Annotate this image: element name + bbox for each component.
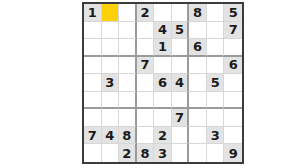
sudoku-cell-r3c4[interactable]: [137, 39, 155, 57]
sudoku-cell-r2c4[interactable]: [137, 22, 155, 40]
sudoku-cell-r1c6[interactable]: [172, 4, 190, 22]
sudoku-cell-r4c7[interactable]: [189, 57, 207, 75]
sudoku-cell-r5c4[interactable]: [137, 74, 155, 92]
sudoku-cell-r8c1[interactable]: 7: [84, 127, 102, 145]
sudoku-cell-r9c5[interactable]: 3: [154, 144, 172, 162]
sudoku-cell-r9c6[interactable]: [172, 144, 190, 162]
sudoku-cell-r3c6[interactable]: [172, 39, 190, 57]
sudoku-cell-r2c2[interactable]: [102, 22, 120, 40]
sudoku-cell-r8c8[interactable]: 3: [207, 127, 225, 145]
sudoku-cell-r2c9[interactable]: 7: [224, 22, 242, 40]
sudoku-cell-r4c1[interactable]: [84, 57, 102, 75]
sudoku-cell-r5c3[interactable]: [119, 74, 137, 92]
sudoku-cell-r9c9[interactable]: 9: [224, 144, 242, 162]
sudoku-cell-r6c1[interactable]: [84, 92, 102, 110]
sudoku-cell-r6c4[interactable]: [137, 92, 155, 110]
sudoku-cell-r6c8[interactable]: [207, 92, 225, 110]
sudoku-cell-r8c2[interactable]: 4: [102, 127, 120, 145]
sudoku-cell-r3c8[interactable]: [207, 39, 225, 57]
sudoku-cell-r9c7[interactable]: [189, 144, 207, 162]
sudoku-cell-r3c5[interactable]: 1: [154, 39, 172, 57]
sudoku-cell-r7c6[interactable]: 7: [172, 109, 190, 127]
sudoku-cell-r3c3[interactable]: [119, 39, 137, 57]
sudoku-cell-r6c5[interactable]: [154, 92, 172, 110]
sudoku-cell-r7c7[interactable]: [189, 109, 207, 127]
sudoku-cell-r4c9[interactable]: 6: [224, 57, 242, 75]
sudoku-cell-r1c4[interactable]: 2: [137, 4, 155, 22]
page: 1285457167636457748232839: [0, 0, 300, 168]
sudoku-cell-r7c9[interactable]: [224, 109, 242, 127]
sudoku-cell-r8c5[interactable]: 2: [154, 127, 172, 145]
sudoku-cell-r5c7[interactable]: [189, 74, 207, 92]
sudoku-cell-r9c3[interactable]: 2: [119, 144, 137, 162]
sudoku-cell-r1c1[interactable]: 1: [84, 4, 102, 22]
sudoku-cell-r6c9[interactable]: [224, 92, 242, 110]
sudoku-cell-r6c2[interactable]: [102, 92, 120, 110]
sudoku-cell-r8c6[interactable]: [172, 127, 190, 145]
sudoku-cell-r1c5[interactable]: [154, 4, 172, 22]
sudoku-cell-r1c3[interactable]: [119, 4, 137, 22]
sudoku-cell-r6c3[interactable]: [119, 92, 137, 110]
sudoku-cell-r3c2[interactable]: [102, 39, 120, 57]
sudoku-cell-r4c6[interactable]: [172, 57, 190, 75]
sudoku-cell-r2c8[interactable]: [207, 22, 225, 40]
sudoku-cell-r7c8[interactable]: [207, 109, 225, 127]
sudoku-cell-r3c7[interactable]: 6: [189, 39, 207, 57]
sudoku-cell-r7c5[interactable]: [154, 109, 172, 127]
sudoku-cell-r2c7[interactable]: [189, 22, 207, 40]
sudoku-cell-r4c8[interactable]: [207, 57, 225, 75]
sudoku-cell-r8c9[interactable]: [224, 127, 242, 145]
sudoku-cell-r9c2[interactable]: [102, 144, 120, 162]
sudoku-board: 1285457167636457748232839: [82, 2, 244, 164]
sudoku-cell-r4c5[interactable]: [154, 57, 172, 75]
sudoku-cell-r5c5[interactable]: 6: [154, 74, 172, 92]
sudoku-cell-r1c2[interactable]: [102, 4, 120, 22]
sudoku-cell-r1c9[interactable]: 5: [224, 4, 242, 22]
sudoku-cell-r6c7[interactable]: [189, 92, 207, 110]
sudoku-cell-r8c7[interactable]: [189, 127, 207, 145]
sudoku-cell-r9c8[interactable]: [207, 144, 225, 162]
sudoku-cell-r7c3[interactable]: [119, 109, 137, 127]
sudoku-cell-r3c1[interactable]: [84, 39, 102, 57]
sudoku-cell-r9c1[interactable]: [84, 144, 102, 162]
sudoku-cell-r5c1[interactable]: [84, 74, 102, 92]
sudoku-cell-r2c1[interactable]: [84, 22, 102, 40]
sudoku-cell-r1c8[interactable]: [207, 4, 225, 22]
sudoku-cell-r9c4[interactable]: 8: [137, 144, 155, 162]
sudoku-cell-r6c6[interactable]: [172, 92, 190, 110]
sudoku-cell-r5c9[interactable]: [224, 74, 242, 92]
sudoku-cell-r1c7[interactable]: 8: [189, 4, 207, 22]
sudoku-cell-r4c4[interactable]: 7: [137, 57, 155, 75]
sudoku-cell-r7c4[interactable]: [137, 109, 155, 127]
sudoku-cell-r2c5[interactable]: 4: [154, 22, 172, 40]
sudoku-cell-r5c8[interactable]: 5: [207, 74, 225, 92]
sudoku-cell-r5c6[interactable]: 4: [172, 74, 190, 92]
sudoku-cell-r4c3[interactable]: [119, 57, 137, 75]
sudoku-cell-r7c2[interactable]: [102, 109, 120, 127]
sudoku-cell-r2c3[interactable]: [119, 22, 137, 40]
sudoku-cell-r3c9[interactable]: [224, 39, 242, 57]
sudoku-cell-r7c1[interactable]: [84, 109, 102, 127]
sudoku-cell-r5c2[interactable]: 3: [102, 74, 120, 92]
sudoku-cell-r4c2[interactable]: [102, 57, 120, 75]
sudoku-cell-r8c3[interactable]: 8: [119, 127, 137, 145]
sudoku-cell-r8c4[interactable]: [137, 127, 155, 145]
sudoku-cell-r2c6[interactable]: 5: [172, 22, 190, 40]
